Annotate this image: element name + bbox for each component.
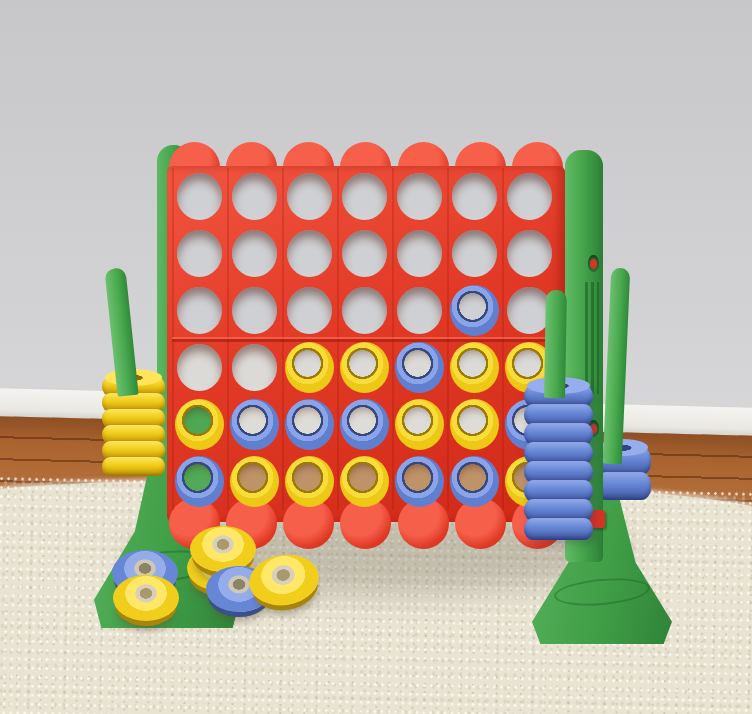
loose-yellow-disc[interactable] <box>113 575 179 621</box>
loose-yellow-disc[interactable] <box>190 526 256 572</box>
photo-scene <box>0 0 752 714</box>
loose-discs <box>0 0 752 714</box>
